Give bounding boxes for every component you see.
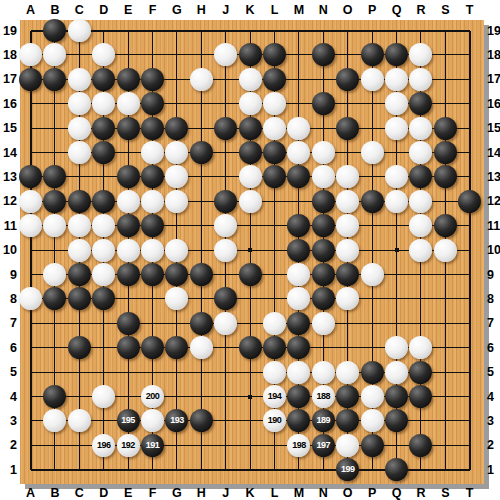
row-label-left-7: 7 [0,315,17,331]
col-label-top-P: P [360,2,384,18]
stone-F12[interactable] [141,190,164,213]
stone-L7[interactable] [263,312,286,335]
stone-O5[interactable] [336,361,359,384]
row-label-right-18: 18 [487,47,500,63]
move-number-190: 190 [268,416,282,425]
row-label-right-4: 4 [487,389,500,405]
stone-K18[interactable] [239,43,262,66]
col-label-bottom-O: O [336,485,360,500]
row-label-right-11: 11 [487,218,500,234]
stone-N14[interactable] [312,141,335,164]
stone-F17[interactable] [141,68,164,91]
stone-F15[interactable] [141,117,164,140]
stone-H7[interactable] [190,312,213,335]
stone-K12[interactable] [239,190,262,213]
stone-F10[interactable] [141,239,164,262]
col-label-top-C: C [67,2,91,18]
stone-F4[interactable]: 200 [141,385,164,408]
stone-N10[interactable] [312,239,335,262]
stone-N7[interactable] [312,312,335,335]
col-label-bottom-T: T [458,485,482,500]
stone-E7[interactable] [117,312,140,335]
row-label-left-4: 4 [0,389,17,405]
row-label-right-13: 13 [487,169,500,185]
stone-K9[interactable] [239,263,262,286]
col-label-top-D: D [92,2,116,18]
row-label-left-10: 10 [0,242,17,258]
stone-A12[interactable] [19,190,42,213]
stone-H17[interactable] [190,68,213,91]
stone-O10[interactable] [336,239,359,262]
move-number-197: 197 [317,441,331,450]
col-label-bottom-S: S [433,485,457,500]
go-game-screen: 200194188195193190189196192191198197199 … [0,0,500,500]
row-label-left-11: 11 [0,218,17,234]
stone-K14[interactable] [239,141,262,164]
col-label-top-L: L [263,2,287,18]
stone-N9[interactable] [312,263,335,286]
row-label-left-15: 15 [0,120,17,136]
stone-M5[interactable] [287,361,310,384]
stone-O17[interactable] [336,68,359,91]
row-label-right-7: 7 [487,315,500,331]
stone-M10[interactable] [287,239,310,262]
col-label-bottom-B: B [43,485,67,500]
stone-C14[interactable] [68,141,91,164]
row-label-left-1: 1 [0,462,17,478]
stone-F9[interactable] [141,263,164,286]
col-label-bottom-D: D [92,485,116,500]
stone-N16[interactable] [312,92,335,115]
col-label-top-N: N [311,2,335,18]
stone-E11[interactable] [117,214,140,237]
stone-O15[interactable] [336,117,359,140]
row-label-left-18: 18 [0,47,17,63]
stone-D15[interactable] [92,117,115,140]
stone-H14[interactable] [190,141,213,164]
stone-E10[interactable] [117,239,140,262]
stone-A17[interactable] [19,68,42,91]
stone-P2[interactable] [361,434,384,457]
stone-P3[interactable] [361,409,384,432]
row-label-right-3: 3 [487,413,500,429]
col-label-top-Q: Q [385,2,409,18]
stone-K15[interactable] [239,117,262,140]
star-point-K10 [248,248,252,252]
goban[interactable]: 200194188195193190189196192191198197199 [20,20,484,484]
stone-R5[interactable] [409,361,432,384]
stone-J10[interactable] [214,239,237,262]
stone-E17[interactable] [117,68,140,91]
move-number-191: 191 [146,441,160,450]
stone-L5[interactable] [263,361,286,384]
row-label-right-15: 15 [487,120,500,136]
row-label-right-16: 16 [487,96,500,112]
star-point-K4 [248,395,252,399]
move-number-196: 196 [97,441,111,450]
stone-E6[interactable] [117,336,140,359]
row-label-left-14: 14 [0,145,17,161]
row-label-left-16: 16 [0,96,17,112]
stone-J12[interactable] [214,190,237,213]
move-number-195: 195 [121,416,135,425]
stone-D17[interactable] [92,68,115,91]
stone-F14[interactable] [141,141,164,164]
stone-C15[interactable] [68,117,91,140]
stone-E13[interactable] [117,165,140,188]
stone-G15[interactable] [165,117,188,140]
stone-N11[interactable] [312,214,335,237]
stone-C12[interactable] [68,190,91,213]
row-label-left-9: 9 [0,267,17,283]
stone-M15[interactable] [287,117,310,140]
move-number-193: 193 [170,416,184,425]
col-label-top-M: M [287,2,311,18]
row-label-left-12: 12 [0,193,17,209]
col-label-top-S: S [433,2,457,18]
stone-L14[interactable] [263,141,286,164]
row-label-left-19: 19 [0,23,17,39]
col-label-bottom-Q: Q [385,485,409,500]
stone-C19[interactable] [68,19,91,42]
row-label-left-2: 2 [0,437,17,453]
stone-N2[interactable]: 197 [312,434,335,457]
row-label-right-5: 5 [487,364,500,380]
col-label-bottom-M: M [287,485,311,500]
col-label-bottom-R: R [409,485,433,500]
stone-S15[interactable] [434,117,457,140]
stone-C10[interactable] [68,239,91,262]
stone-E9[interactable] [117,263,140,286]
stone-K17[interactable] [239,68,262,91]
row-label-left-17: 17 [0,71,17,87]
row-label-left-3: 3 [0,413,17,429]
stone-C17[interactable] [68,68,91,91]
stone-P4[interactable] [361,385,384,408]
col-label-top-E: E [116,2,140,18]
col-label-top-F: F [141,2,165,18]
stone-K6[interactable] [239,336,262,359]
stone-N5[interactable] [312,361,335,384]
col-label-top-T: T [458,2,482,18]
move-number-199: 199 [341,465,355,474]
row-label-right-8: 8 [487,291,500,307]
stone-R15[interactable] [409,117,432,140]
move-number-194: 194 [268,392,282,401]
stone-N12[interactable] [312,190,335,213]
col-label-top-A: A [19,2,43,18]
stone-P9[interactable] [361,263,384,286]
stone-C16[interactable] [68,92,91,115]
col-label-bottom-C: C [67,485,91,500]
stone-H9[interactable] [190,263,213,286]
stone-C6[interactable] [68,336,91,359]
col-label-bottom-E: E [116,485,140,500]
col-label-top-K: K [238,2,262,18]
stone-L4[interactable]: 194 [263,385,286,408]
stone-L15[interactable] [263,117,286,140]
stone-P12[interactable] [361,190,384,213]
move-number-192: 192 [121,441,135,450]
col-label-bottom-F: F [141,485,165,500]
move-number-188: 188 [317,392,331,401]
col-label-top-H: H [189,2,213,18]
stone-P17[interactable] [361,68,384,91]
col-label-bottom-J: J [214,485,238,500]
stone-T12[interactable] [458,190,481,213]
col-label-bottom-H: H [189,485,213,500]
row-label-right-2: 2 [487,437,500,453]
row-label-left-13: 13 [0,169,17,185]
stone-E3[interactable]: 195 [117,409,140,432]
stone-N4[interactable]: 188 [312,385,335,408]
move-number-198: 198 [292,441,306,450]
stone-E15[interactable] [117,117,140,140]
col-label-top-J: J [214,2,238,18]
stone-Q12[interactable] [385,190,408,213]
stone-P18[interactable] [361,43,384,66]
stone-P5[interactable] [361,361,384,384]
col-label-bottom-K: K [238,485,262,500]
stone-Q17[interactable] [385,68,408,91]
stone-L17[interactable] [263,68,286,91]
stone-D2[interactable]: 196 [92,434,115,457]
row-label-right-12: 12 [487,193,500,209]
col-label-bottom-N: N [311,485,335,500]
row-label-right-1: 1 [487,462,500,478]
stone-O2[interactable] [336,434,359,457]
stone-C11[interactable] [68,214,91,237]
stone-Q4[interactable] [385,385,408,408]
col-label-top-B: B [43,2,67,18]
stone-J15[interactable] [214,117,237,140]
col-label-top-G: G [165,2,189,18]
stone-S10[interactable] [434,239,457,262]
stone-H6[interactable] [190,336,213,359]
stone-Q5[interactable] [385,361,408,384]
stone-P14[interactable] [361,141,384,164]
row-label-right-9: 9 [487,267,500,283]
stone-K16[interactable] [239,92,262,115]
stone-E2[interactable]: 192 [117,434,140,457]
move-number-200: 200 [146,392,160,401]
stone-F2[interactable]: 191 [141,434,164,457]
stone-S14[interactable] [434,141,457,164]
row-label-right-17: 17 [487,71,500,87]
col-label-top-O: O [336,2,360,18]
stone-Q15[interactable] [385,117,408,140]
row-label-left-5: 5 [0,364,17,380]
stone-E12[interactable] [117,190,140,213]
col-label-bottom-L: L [263,485,287,500]
row-label-right-19: 19 [487,23,500,39]
stone-K13[interactable] [239,165,262,188]
stone-O12[interactable] [336,190,359,213]
star-point-Q10 [395,248,399,252]
move-number-189: 189 [317,416,331,425]
stone-D12[interactable] [92,190,115,213]
stone-C9[interactable] [68,263,91,286]
stone-J7[interactable] [214,312,237,335]
row-label-right-6: 6 [487,340,500,356]
row-label-left-6: 6 [0,340,17,356]
row-label-right-10: 10 [487,242,500,258]
col-label-bottom-P: P [360,485,384,500]
row-label-right-14: 14 [487,145,500,161]
stone-D10[interactable] [92,239,115,262]
col-label-top-R: R [409,2,433,18]
stone-E16[interactable] [117,92,140,115]
col-label-bottom-G: G [165,485,189,500]
col-label-bottom-A: A [19,485,43,500]
stone-S11[interactable] [434,214,457,237]
stone-R10[interactable] [409,239,432,262]
row-label-left-8: 8 [0,291,17,307]
stone-G10[interactable] [165,239,188,262]
